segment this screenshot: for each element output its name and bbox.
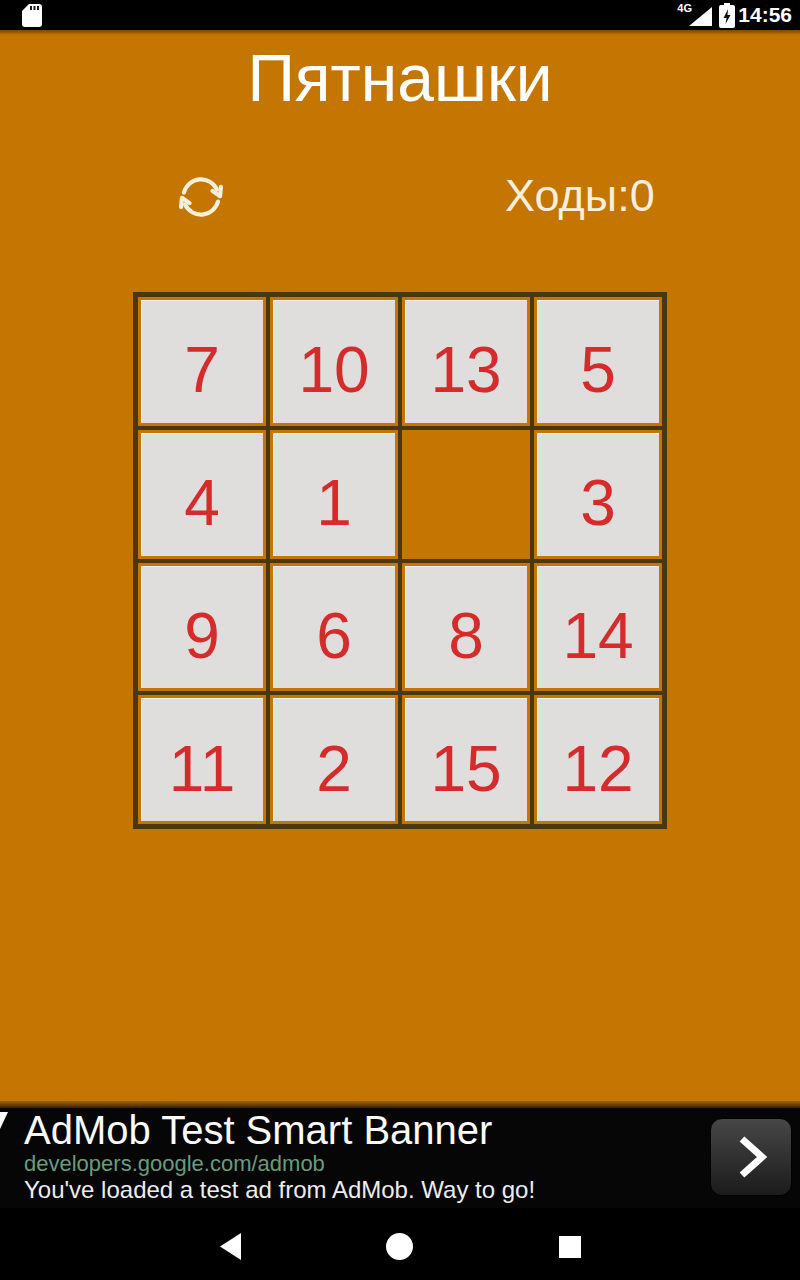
board-cell: 10	[268, 295, 400, 428]
chevron-right-icon	[729, 1133, 773, 1181]
screen: 4G 14:56 Пятнашки Ходы:0 710135413968141…	[0, 0, 800, 1280]
board-cell: 8	[400, 561, 532, 694]
tile-9[interactable]: 9	[141, 566, 263, 689]
tile-4[interactable]: 4	[141, 433, 263, 556]
board-cell: 14	[532, 561, 664, 694]
restart-button[interactable]	[170, 166, 232, 228]
board-cell: 12	[532, 693, 664, 826]
board-cell: 2	[268, 693, 400, 826]
board: 710135413968141121512	[133, 292, 667, 829]
tile-7[interactable]: 7	[141, 300, 263, 423]
board-cell: 1	[268, 428, 400, 561]
tile-11[interactable]: 11	[141, 698, 263, 821]
recents-icon[interactable]	[559, 1236, 581, 1258]
board-cell: 5	[532, 295, 664, 428]
ad-banner[interactable]: AdMob Test Smart Banner developers.googl…	[0, 1108, 800, 1208]
signal-icon	[689, 7, 712, 26]
clock: 14:56	[738, 2, 792, 28]
ad-corner-notch-icon	[0, 1112, 8, 1129]
board-cell: 3	[532, 428, 664, 561]
board-cell: 6	[268, 561, 400, 694]
board-cell: 11	[136, 693, 268, 826]
ad-description: You've loaded a test ad from AdMob. Way …	[24, 1176, 535, 1204]
board-cell: 15	[400, 693, 532, 826]
status-bar-shadow	[0, 30, 800, 35]
board-cell: 13	[400, 295, 532, 428]
battery-charging-icon	[718, 3, 736, 28]
tile-12[interactable]: 12	[537, 698, 659, 821]
refresh-icon	[174, 170, 228, 224]
board-cell: 9	[136, 561, 268, 694]
ad-title[interactable]: AdMob Test Smart Banner	[24, 1108, 492, 1152]
board-cell: 7	[136, 295, 268, 428]
tile-8[interactable]: 8	[405, 566, 527, 689]
tile-10[interactable]: 10	[273, 300, 395, 423]
tile-2[interactable]: 2	[273, 698, 395, 821]
tile-14[interactable]: 14	[537, 566, 659, 689]
tile-13[interactable]: 13	[405, 300, 527, 423]
empty-cell	[400, 428, 532, 561]
sd-card-icon	[22, 4, 42, 27]
home-icon[interactable]	[386, 1233, 413, 1260]
tile-6[interactable]: 6	[273, 566, 395, 689]
board-cell: 4	[136, 428, 268, 561]
tile-3[interactable]: 3	[537, 433, 659, 556]
tile-1[interactable]: 1	[273, 433, 395, 556]
back-icon[interactable]	[220, 1233, 241, 1260]
tile-5[interactable]: 5	[537, 300, 659, 423]
tile-15[interactable]: 15	[405, 698, 527, 821]
page-title: Пятнашки	[0, 40, 800, 116]
ad-url-link[interactable]: developers.google.com/admob	[24, 1152, 325, 1176]
status-bar: 4G 14:56	[0, 0, 800, 30]
ad-cta-button[interactable]	[710, 1118, 792, 1196]
moves-counter: Ходы:0	[505, 170, 655, 222]
